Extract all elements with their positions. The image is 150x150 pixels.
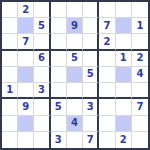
cell-r9c3[interactable] xyxy=(34,132,50,148)
cell-r2c4[interactable] xyxy=(51,18,67,34)
cell-r8c8[interactable] xyxy=(116,116,132,132)
cell-r7c3[interactable] xyxy=(34,99,50,115)
cell-r8c3[interactable] xyxy=(34,116,50,132)
cell-r6c6[interactable] xyxy=(83,83,99,99)
cell-r8c5[interactable]: 4 xyxy=(67,116,83,132)
cell-r6c5[interactable] xyxy=(67,83,83,99)
cell-r3c4[interactable] xyxy=(51,34,67,50)
cell-r8c6[interactable] xyxy=(83,116,99,132)
cell-r2c1[interactable] xyxy=(2,18,18,34)
cell-r7c1[interactable] xyxy=(2,99,18,115)
cell-r8c7[interactable] xyxy=(99,116,115,132)
cell-r1c5[interactable] xyxy=(67,2,83,18)
cell-r3c9[interactable] xyxy=(132,34,148,50)
cell-r5c6[interactable]: 5 xyxy=(83,67,99,83)
cell-r4c2[interactable] xyxy=(18,51,34,67)
cell-r2c3[interactable]: 5 xyxy=(34,18,50,34)
cell-r4c5[interactable]: 5 xyxy=(67,51,83,67)
cell-r2c9[interactable]: 1 xyxy=(132,18,148,34)
cell-r3c5[interactable] xyxy=(67,34,83,50)
cell-r1c1[interactable] xyxy=(2,2,18,18)
cell-r5c1[interactable] xyxy=(2,67,18,83)
cell-r7c6[interactable]: 3 xyxy=(83,99,99,115)
cell-r7c9[interactable]: 7 xyxy=(132,99,148,115)
cell-r4c9[interactable]: 2 xyxy=(132,51,148,67)
cell-r9c6[interactable]: 7 xyxy=(83,132,99,148)
cell-r7c7[interactable] xyxy=(99,99,115,115)
cell-r8c2[interactable] xyxy=(18,116,34,132)
cell-r9c1[interactable] xyxy=(2,132,18,148)
cell-r4c1[interactable] xyxy=(2,51,18,67)
cell-r5c8[interactable] xyxy=(116,67,132,83)
cell-r6c7[interactable] xyxy=(99,83,115,99)
cell-r4c8[interactable]: 1 xyxy=(116,51,132,67)
cell-r2c2[interactable] xyxy=(18,18,34,34)
cell-r5c7[interactable] xyxy=(99,67,115,83)
cell-r6c2[interactable] xyxy=(18,83,34,99)
cell-r1c2[interactable]: 2 xyxy=(18,2,34,18)
cell-r1c4[interactable] xyxy=(51,2,67,18)
cell-r9c2[interactable] xyxy=(18,132,34,148)
cell-r9c4[interactable]: 3 xyxy=(51,132,67,148)
cell-r4c6[interactable] xyxy=(83,51,99,67)
cell-r5c9[interactable]: 4 xyxy=(132,67,148,83)
cell-r9c9[interactable] xyxy=(132,132,148,148)
cell-r1c9[interactable] xyxy=(132,2,148,18)
cell-r1c8[interactable] xyxy=(116,2,132,18)
cell-r5c3[interactable] xyxy=(34,67,50,83)
cell-r3c1[interactable] xyxy=(2,34,18,50)
cell-r2c6[interactable] xyxy=(83,18,99,34)
cell-r7c4[interactable]: 5 xyxy=(51,99,67,115)
cell-r1c7[interactable] xyxy=(99,2,115,18)
cell-r6c4[interactable] xyxy=(51,83,67,99)
cell-r8c4[interactable] xyxy=(51,116,67,132)
cell-r1c6[interactable] xyxy=(83,2,99,18)
cell-r2c7[interactable]: 7 xyxy=(99,18,115,34)
cell-r2c8[interactable] xyxy=(116,18,132,34)
cell-r6c9[interactable] xyxy=(132,83,148,99)
cell-r9c5[interactable] xyxy=(67,132,83,148)
cell-r7c8[interactable] xyxy=(116,99,132,115)
cell-r5c4[interactable] xyxy=(51,67,67,83)
cell-r5c5[interactable] xyxy=(67,67,83,83)
cell-r9c7[interactable] xyxy=(99,132,115,148)
cell-r8c9[interactable] xyxy=(132,116,148,132)
cell-r3c2[interactable]: 7 xyxy=(18,34,34,50)
cell-r7c5[interactable] xyxy=(67,99,83,115)
cell-r3c3[interactable] xyxy=(34,34,50,50)
cell-r3c6[interactable] xyxy=(83,34,99,50)
cell-r7c2[interactable]: 9 xyxy=(18,99,34,115)
cell-r4c4[interactable] xyxy=(51,51,67,67)
cell-r6c3[interactable]: 3 xyxy=(34,83,50,99)
cell-r9c8[interactable]: 2 xyxy=(116,132,132,148)
cell-r4c7[interactable] xyxy=(99,51,115,67)
cell-r8c1[interactable] xyxy=(2,116,18,132)
cell-r6c1[interactable]: 1 xyxy=(2,83,18,99)
cell-r6c8[interactable] xyxy=(116,83,132,99)
sudoku-board: 25971726512541395374372 xyxy=(0,0,150,150)
cell-r1c3[interactable] xyxy=(34,2,50,18)
cell-r3c7[interactable]: 2 xyxy=(99,34,115,50)
cell-r2c5[interactable]: 9 xyxy=(67,18,83,34)
cell-r3c8[interactable] xyxy=(116,34,132,50)
cell-r4c3[interactable]: 6 xyxy=(34,51,50,67)
cell-r5c2[interactable] xyxy=(18,67,34,83)
